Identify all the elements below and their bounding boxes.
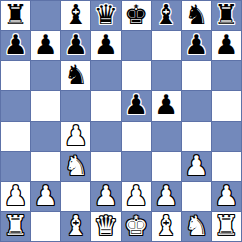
square-d3[interactable] [91, 152, 120, 181]
black-rook-a8[interactable]: ♜ [3, 1, 27, 28]
square-a6[interactable] [1, 61, 30, 90]
white-pawn-g3[interactable]: ♟ [184, 152, 208, 179]
black-pawn-b7[interactable]: ♟ [34, 31, 58, 58]
black-pawn-a7[interactable]: ♟ [3, 31, 27, 58]
square-e5[interactable]: ♟ [122, 91, 151, 120]
square-g1[interactable]: ♞ [182, 212, 211, 241]
white-pawn-b2[interactable]: ♟ [34, 182, 58, 209]
black-pawn-g7[interactable]: ♟ [184, 31, 208, 58]
white-queen-d1[interactable]: ♛ [94, 212, 118, 239]
white-knight-g1[interactable]: ♞ [184, 212, 208, 239]
square-c5[interactable] [61, 91, 90, 120]
white-rook-a1[interactable]: ♜ [3, 212, 27, 239]
square-b6[interactable] [31, 61, 60, 90]
square-b5[interactable] [31, 91, 60, 120]
square-f6[interactable] [152, 61, 181, 90]
square-g4[interactable] [182, 122, 211, 151]
square-d8[interactable]: ♛ [91, 1, 120, 30]
square-d5[interactable] [91, 91, 120, 120]
square-d6[interactable] [91, 61, 120, 90]
square-c7[interactable]: ♟ [61, 31, 90, 60]
square-f4[interactable] [152, 122, 181, 151]
square-d7[interactable]: ♟ [91, 31, 120, 60]
white-knight-c3[interactable]: ♞ [64, 152, 88, 179]
square-f8[interactable]: ♝ [152, 1, 181, 30]
square-h6[interactable] [212, 61, 241, 90]
square-c6[interactable]: ♞ [61, 61, 90, 90]
square-c4[interactable]: ♟ [61, 122, 90, 151]
square-b7[interactable]: ♟ [31, 31, 60, 60]
square-g2[interactable] [182, 182, 211, 211]
square-h7[interactable]: ♟ [212, 31, 241, 60]
square-g8[interactable]: ♞ [182, 1, 211, 30]
white-king-e1[interactable]: ♚ [124, 212, 148, 239]
square-e8[interactable]: ♚ [122, 1, 151, 30]
white-pawn-a2[interactable]: ♟ [3, 182, 27, 209]
white-pawn-d2[interactable]: ♟ [94, 182, 118, 209]
square-a3[interactable] [1, 152, 30, 181]
square-e1[interactable]: ♚ [122, 212, 151, 241]
square-d2[interactable]: ♟ [91, 182, 120, 211]
square-f1[interactable]: ♝ [152, 212, 181, 241]
square-g5[interactable] [182, 91, 211, 120]
square-e3[interactable] [122, 152, 151, 181]
square-h3[interactable] [212, 152, 241, 181]
square-f2[interactable]: ♟ [152, 182, 181, 211]
white-bishop-f1[interactable]: ♝ [154, 212, 178, 239]
square-h5[interactable] [212, 91, 241, 120]
white-pawn-c4[interactable]: ♟ [64, 122, 88, 149]
square-g3[interactable]: ♟ [182, 152, 211, 181]
black-pawn-c7[interactable]: ♟ [64, 31, 88, 58]
square-b2[interactable]: ♟ [31, 182, 60, 211]
square-e2[interactable]: ♟ [122, 182, 151, 211]
square-b1[interactable] [31, 212, 60, 241]
black-pawn-f5[interactable]: ♟ [154, 91, 178, 118]
square-d1[interactable]: ♛ [91, 212, 120, 241]
black-pawn-h7[interactable]: ♟ [214, 31, 238, 58]
black-bishop-c8[interactable]: ♝ [64, 1, 88, 28]
square-c1[interactable]: ♝ [61, 212, 90, 241]
square-a8[interactable]: ♜ [1, 1, 30, 30]
square-b8[interactable] [31, 1, 60, 30]
square-h4[interactable] [212, 122, 241, 151]
square-c2[interactable] [61, 182, 90, 211]
square-a1[interactable]: ♜ [1, 212, 30, 241]
black-pawn-d7[interactable]: ♟ [94, 31, 118, 58]
black-king-e8[interactable]: ♚ [124, 1, 148, 28]
square-g6[interactable] [182, 61, 211, 90]
square-c8[interactable]: ♝ [61, 1, 90, 30]
square-a4[interactable] [1, 122, 30, 151]
square-f5[interactable]: ♟ [152, 91, 181, 120]
square-a7[interactable]: ♟ [1, 31, 30, 60]
black-knight-g8[interactable]: ♞ [184, 1, 208, 28]
square-c3[interactable]: ♞ [61, 152, 90, 181]
black-pawn-e5[interactable]: ♟ [124, 91, 148, 118]
square-h1[interactable]: ♜ [212, 212, 241, 241]
square-a5[interactable] [1, 91, 30, 120]
square-b3[interactable] [31, 152, 60, 181]
square-b4[interactable] [31, 122, 60, 151]
chess-board: ♜♝♛♚♝♞♜♟♟♟♟♟♟♞♟♟♟♞♟♟♟♟♟♟♟♜♝♛♚♝♞♜ [0, 0, 242, 242]
white-rook-h1[interactable]: ♜ [214, 212, 238, 239]
white-pawn-e2[interactable]: ♟ [124, 182, 148, 209]
square-e6[interactable] [122, 61, 151, 90]
square-f3[interactable] [152, 152, 181, 181]
square-e4[interactable] [122, 122, 151, 151]
square-d4[interactable] [91, 122, 120, 151]
square-h8[interactable]: ♜ [212, 1, 241, 30]
square-f7[interactable] [152, 31, 181, 60]
white-pawn-f2[interactable]: ♟ [154, 182, 178, 209]
white-bishop-c1[interactable]: ♝ [64, 212, 88, 239]
board-container: ♜♝♛♚♝♞♜♟♟♟♟♟♟♞♟♟♟♞♟♟♟♟♟♟♟♜♝♛♚♝♞♜ [0, 0, 242, 242]
black-knight-c6[interactable]: ♞ [64, 61, 88, 88]
square-e7[interactable] [122, 31, 151, 60]
square-a2[interactable]: ♟ [1, 182, 30, 211]
black-rook-h8[interactable]: ♜ [214, 1, 238, 28]
square-h2[interactable]: ♟ [212, 182, 241, 211]
white-pawn-h2[interactable]: ♟ [214, 182, 238, 209]
black-queen-d8[interactable]: ♛ [94, 1, 118, 28]
black-bishop-f8[interactable]: ♝ [154, 1, 178, 28]
square-g7[interactable]: ♟ [182, 31, 211, 60]
